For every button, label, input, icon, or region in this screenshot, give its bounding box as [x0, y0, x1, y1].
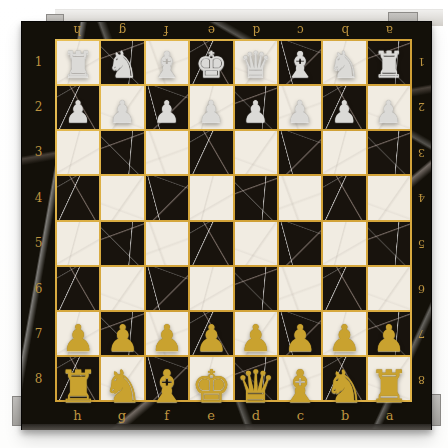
square-e4[interactable]	[190, 176, 232, 219]
piece-silver-pawn-b2[interactable]: ♟	[331, 98, 358, 127]
rank-label-left-1: 1	[22, 39, 55, 84]
square-b4[interactable]	[323, 176, 365, 219]
piece-gold-king-e8[interactable]: ♚	[191, 366, 231, 409]
square-g8[interactable]: ♞	[101, 357, 143, 400]
piece-gold-pawn-g7[interactable]: ♟	[106, 321, 139, 356]
piece-gold-knight-g8[interactable]: ♞	[102, 366, 142, 409]
square-e2[interactable]: ♟	[190, 86, 232, 129]
piece-silver-pawn-c2[interactable]: ♟	[287, 98, 314, 127]
file-label-top-e: e	[189, 22, 234, 39]
square-a7[interactable]: ♟	[368, 312, 410, 355]
square-d8[interactable]: ♛	[235, 357, 277, 400]
square-g5[interactable]	[101, 222, 143, 265]
square-g6[interactable]	[101, 267, 143, 310]
square-h5[interactable]	[57, 222, 99, 265]
square-g2[interactable]: ♟	[101, 86, 143, 129]
piece-gold-knight-b8[interactable]: ♞	[324, 366, 364, 409]
rank-label-right-8: 8	[412, 357, 431, 402]
square-d5[interactable]	[235, 222, 277, 265]
rank-label-left-2: 2	[22, 84, 55, 129]
square-b5[interactable]	[323, 222, 365, 265]
square-a1[interactable]: ♜	[368, 41, 410, 84]
rank-label-left-8: 8	[22, 357, 55, 402]
square-a5[interactable]	[368, 222, 410, 265]
square-h2[interactable]: ♟	[57, 86, 99, 129]
piece-gold-pawn-e7[interactable]: ♟	[195, 321, 228, 356]
square-c8[interactable]: ♝	[279, 357, 321, 400]
piece-silver-knight-g1[interactable]: ♞	[106, 48, 138, 82]
square-c5[interactable]	[279, 222, 321, 265]
square-g4[interactable]	[101, 176, 143, 219]
piece-silver-king-e1[interactable]: ♚	[195, 48, 227, 82]
piece-gold-bishop-f8[interactable]: ♝	[147, 366, 187, 409]
rank-labels-left: 12345678	[22, 39, 55, 402]
piece-gold-pawn-c7[interactable]: ♟	[283, 321, 316, 356]
square-c1[interactable]: ♝	[279, 41, 321, 84]
file-label-top-b: b	[323, 22, 368, 39]
piece-silver-bishop-f1[interactable]: ♝	[151, 48, 183, 82]
square-c4[interactable]	[279, 176, 321, 219]
square-h4[interactable]	[57, 176, 99, 219]
square-f8[interactable]: ♝	[146, 357, 188, 400]
photo-background: hgfedcba hgfedcba 12345678 12345678 ♜♞♝♚…	[0, 0, 448, 448]
piece-silver-queen-d1[interactable]: ♛	[240, 48, 272, 82]
square-g3[interactable]	[101, 131, 143, 174]
piece-gold-pawn-a7[interactable]: ♟	[372, 321, 405, 356]
square-f5[interactable]	[146, 222, 188, 265]
rank-label-right-2: 2	[412, 84, 431, 129]
piece-silver-pawn-d2[interactable]: ♟	[242, 98, 269, 127]
square-f7[interactable]: ♟	[146, 312, 188, 355]
square-g7[interactable]: ♟	[101, 312, 143, 355]
piece-gold-rook-h8[interactable]: ♜	[58, 366, 98, 409]
piece-silver-pawn-g2[interactable]: ♟	[109, 98, 136, 127]
square-f1[interactable]: ♝	[146, 41, 188, 84]
square-f2[interactable]: ♟	[146, 86, 188, 129]
rank-label-left-3: 3	[22, 130, 55, 175]
square-h1[interactable]: ♜	[57, 41, 99, 84]
rank-label-left-5: 5	[22, 221, 55, 266]
piece-gold-pawn-d7[interactable]: ♟	[239, 321, 272, 356]
piece-silver-pawn-f2[interactable]: ♟	[153, 98, 180, 127]
rank-label-left-6: 6	[22, 266, 55, 311]
file-label-top-f: f	[144, 22, 189, 39]
square-e7[interactable]: ♟	[190, 312, 232, 355]
square-e8[interactable]: ♚	[190, 357, 232, 400]
square-e1[interactable]: ♚	[190, 41, 232, 84]
piece-gold-pawn-h7[interactable]: ♟	[62, 321, 95, 356]
square-a8[interactable]: ♜	[368, 357, 410, 400]
rank-label-left-7: 7	[22, 311, 55, 356]
square-e5[interactable]	[190, 222, 232, 265]
file-label-top-d: d	[234, 22, 279, 39]
piece-gold-pawn-b7[interactable]: ♟	[328, 321, 361, 356]
piece-gold-queen-d8[interactable]: ♛	[236, 366, 276, 409]
square-c6[interactable]	[279, 267, 321, 310]
rank-label-left-4: 4	[22, 175, 55, 220]
rank-label-right-6: 6	[412, 266, 431, 311]
square-g1[interactable]: ♞	[101, 41, 143, 84]
rank-label-right-5: 5	[412, 221, 431, 266]
piece-silver-pawn-a2[interactable]: ♟	[375, 98, 402, 127]
square-c2[interactable]: ♟	[279, 86, 321, 129]
file-labels-top: hgfedcba	[55, 22, 412, 39]
square-b1[interactable]: ♞	[323, 41, 365, 84]
square-f4[interactable]	[146, 176, 188, 219]
piece-silver-bishop-c1[interactable]: ♝	[284, 48, 316, 82]
square-h8[interactable]: ♜	[57, 357, 99, 400]
board-grid: ♜♞♝♚♛♝♞♜♟♟♟♟♟♟♟♟♟♟♟♟♟♟♟♟♜♞♝♚♛♝♞♜	[55, 39, 412, 402]
piece-gold-rook-a8[interactable]: ♜	[369, 366, 409, 409]
square-e6[interactable]	[190, 267, 232, 310]
rank-label-right-7: 7	[412, 311, 431, 356]
chessboard: hgfedcba hgfedcba 12345678 12345678 ♜♞♝♚…	[21, 21, 432, 430]
rank-label-right-3: 3	[412, 130, 431, 175]
square-d3[interactable]	[235, 131, 277, 174]
square-d6[interactable]	[235, 267, 277, 310]
piece-silver-pawn-e2[interactable]: ♟	[198, 98, 225, 127]
square-a3[interactable]	[368, 131, 410, 174]
file-label-top-a: a	[367, 22, 412, 39]
square-c7[interactable]: ♟	[279, 312, 321, 355]
square-c3[interactable]	[279, 131, 321, 174]
rank-label-right-1: 1	[412, 39, 431, 84]
square-h6[interactable]	[57, 267, 99, 310]
rank-label-right-4: 4	[412, 175, 431, 220]
square-b6[interactable]	[323, 267, 365, 310]
rank-labels-right: 12345678	[412, 39, 431, 402]
square-b2[interactable]: ♟	[323, 86, 365, 129]
file-label-top-c: c	[278, 22, 323, 39]
square-b7[interactable]: ♟	[323, 312, 365, 355]
square-e3[interactable]	[190, 131, 232, 174]
piece-silver-rook-h1[interactable]: ♜	[62, 48, 94, 82]
piece-gold-bishop-c8[interactable]: ♝	[280, 366, 320, 409]
square-f6[interactable]	[146, 267, 188, 310]
square-b3[interactable]	[323, 131, 365, 174]
square-a6[interactable]	[368, 267, 410, 310]
square-b8[interactable]: ♞	[323, 357, 365, 400]
file-label-top-g: g	[100, 22, 145, 39]
piece-silver-pawn-h2[interactable]: ♟	[65, 98, 92, 127]
square-h7[interactable]: ♟	[57, 312, 99, 355]
square-d1[interactable]: ♛	[235, 41, 277, 84]
square-a4[interactable]	[368, 176, 410, 219]
file-label-top-h: h	[55, 22, 100, 39]
square-d2[interactable]: ♟	[235, 86, 277, 129]
piece-silver-rook-a1[interactable]: ♜	[373, 48, 405, 82]
square-d7[interactable]: ♟	[235, 312, 277, 355]
square-f3[interactable]	[146, 131, 188, 174]
square-d4[interactable]	[235, 176, 277, 219]
square-h3[interactable]	[57, 131, 99, 174]
piece-gold-pawn-f7[interactable]: ♟	[150, 321, 183, 356]
piece-silver-knight-b1[interactable]: ♞	[328, 48, 360, 82]
square-a2[interactable]: ♟	[368, 86, 410, 129]
